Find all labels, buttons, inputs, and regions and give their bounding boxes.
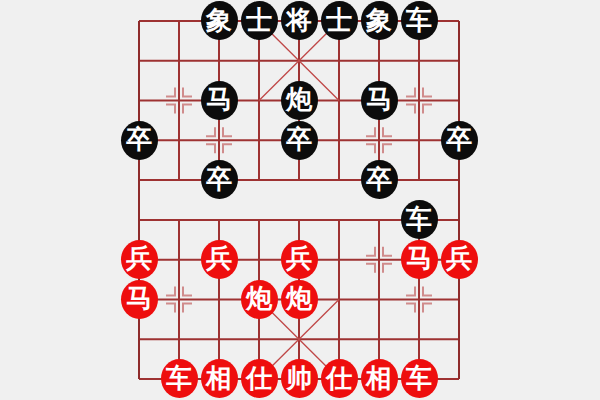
piece-red-soldier[interactable]: 兵 (121, 240, 158, 279)
piece-red-chariot[interactable]: 车 (161, 359, 198, 398)
piece-red-cannon[interactable]: 炮 (281, 280, 318, 319)
piece-red-soldier[interactable]: 兵 (281, 240, 318, 279)
piece-red-soldier[interactable]: 兵 (441, 240, 478, 279)
piece-black-soldier[interactable]: 卒 (441, 121, 478, 160)
pieces-layer: 象士将士象车马炮马卒卒卒卒卒车兵兵兵马兵马炮炮车相仕帅仕相车 (119, 1, 479, 399)
piece-black-soldier[interactable]: 卒 (121, 121, 158, 160)
piece-red-chariot[interactable]: 车 (401, 359, 438, 398)
piece-red-general[interactable]: 帅 (281, 359, 318, 398)
piece-red-horse[interactable]: 马 (401, 240, 438, 279)
piece-black-soldier[interactable]: 卒 (281, 121, 318, 160)
piece-red-horse[interactable]: 马 (121, 280, 158, 319)
piece-black-cannon[interactable]: 炮 (281, 81, 318, 120)
piece-black-soldier[interactable]: 卒 (361, 160, 398, 199)
piece-black-soldier[interactable]: 卒 (201, 160, 238, 199)
piece-black-elephant[interactable]: 象 (361, 1, 398, 40)
piece-red-elephant[interactable]: 相 (201, 359, 238, 398)
piece-black-advisor[interactable]: 士 (321, 1, 358, 40)
piece-black-chariot[interactable]: 车 (401, 1, 438, 40)
piece-red-advisor[interactable]: 仕 (321, 359, 358, 398)
piece-black-advisor[interactable]: 士 (241, 1, 278, 40)
piece-red-cannon[interactable]: 炮 (241, 280, 278, 319)
piece-red-soldier[interactable]: 兵 (201, 240, 238, 279)
piece-black-horse[interactable]: 马 (201, 81, 238, 120)
piece-black-chariot[interactable]: 车 (401, 200, 438, 239)
xiangqi-board: 象士将士象车马炮马卒卒卒卒卒车兵兵兵马兵马炮炮车相仕帅仕相车 (0, 0, 600, 400)
piece-black-general[interactable]: 将 (281, 1, 318, 40)
piece-red-elephant[interactable]: 相 (361, 359, 398, 398)
piece-red-advisor[interactable]: 仕 (241, 359, 278, 398)
piece-black-horse[interactable]: 马 (361, 81, 398, 120)
piece-black-elephant[interactable]: 象 (201, 1, 238, 40)
